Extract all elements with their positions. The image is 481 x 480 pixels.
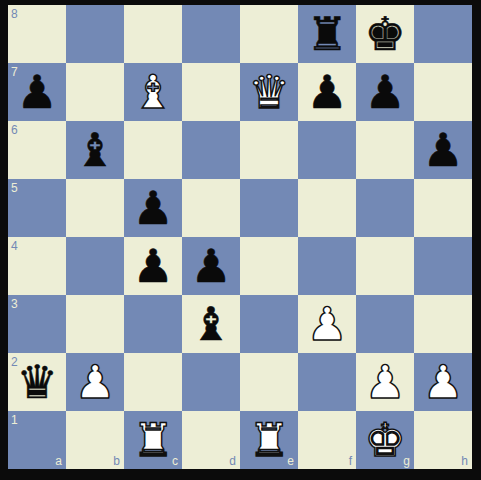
white-rook-c1[interactable]: ♜ <box>124 411 182 469</box>
square-f4[interactable] <box>298 237 356 295</box>
rank-label-6: 6 <box>11 124 18 136</box>
square-c4[interactable]: ♟ <box>124 237 182 295</box>
square-a7[interactable]: 7♟ <box>8 63 66 121</box>
square-h8[interactable] <box>414 5 472 63</box>
square-e3[interactable] <box>240 295 298 353</box>
square-d8[interactable] <box>182 5 240 63</box>
square-a3[interactable]: 3 <box>8 295 66 353</box>
square-a5[interactable]: 5 <box>8 179 66 237</box>
square-f8[interactable]: ♜ <box>298 5 356 63</box>
square-h2[interactable]: ♟ <box>414 353 472 411</box>
file-label-f: f <box>349 455 352 467</box>
square-g3[interactable] <box>356 295 414 353</box>
white-pawn-g2[interactable]: ♟ <box>356 353 414 411</box>
square-b1[interactable]: b <box>66 411 124 469</box>
black-pawn-h6[interactable]: ♟ <box>414 121 472 179</box>
square-e6[interactable] <box>240 121 298 179</box>
square-c7[interactable]: ♝ <box>124 63 182 121</box>
square-d1[interactable]: d <box>182 411 240 469</box>
square-c3[interactable] <box>124 295 182 353</box>
file-label-h: h <box>461 455 468 467</box>
square-d6[interactable] <box>182 121 240 179</box>
black-bishop-d3[interactable]: ♝ <box>182 295 240 353</box>
black-pawn-d4[interactable]: ♟ <box>182 237 240 295</box>
white-pawn-b2[interactable]: ♟ <box>66 353 124 411</box>
file-label-d: d <box>229 455 236 467</box>
square-h7[interactable] <box>414 63 472 121</box>
white-bishop-c7[interactable]: ♝ <box>124 63 182 121</box>
white-king-g1[interactable]: ♚ <box>356 411 414 469</box>
square-f3[interactable]: ♟ <box>298 295 356 353</box>
file-label-a: a <box>55 455 62 467</box>
black-pawn-c5[interactable]: ♟ <box>124 179 182 237</box>
square-b5[interactable] <box>66 179 124 237</box>
black-pawn-a7[interactable]: ♟ <box>8 63 66 121</box>
square-h3[interactable] <box>414 295 472 353</box>
square-d5[interactable] <box>182 179 240 237</box>
square-a6[interactable]: 6 <box>8 121 66 179</box>
square-d7[interactable] <box>182 63 240 121</box>
rank-label-3: 3 <box>11 298 18 310</box>
black-queen-a2[interactable]: ♛ <box>8 353 66 411</box>
white-pawn-h2[interactable]: ♟ <box>414 353 472 411</box>
square-h6[interactable]: ♟ <box>414 121 472 179</box>
white-queen-e7[interactable]: ♛ <box>240 63 298 121</box>
square-b7[interactable] <box>66 63 124 121</box>
square-f1[interactable]: f <box>298 411 356 469</box>
square-g8[interactable]: ♚ <box>356 5 414 63</box>
square-c8[interactable] <box>124 5 182 63</box>
black-pawn-g7[interactable]: ♟ <box>356 63 414 121</box>
rank-label-5: 5 <box>11 182 18 194</box>
square-g2[interactable]: ♟ <box>356 353 414 411</box>
square-a4[interactable]: 4 <box>8 237 66 295</box>
square-d4[interactable]: ♟ <box>182 237 240 295</box>
square-e2[interactable] <box>240 353 298 411</box>
square-b6[interactable]: ♝ <box>66 121 124 179</box>
square-h5[interactable] <box>414 179 472 237</box>
white-pawn-f3[interactable]: ♟ <box>298 295 356 353</box>
chess-board: 8♜♚7♟♝♛♟♟6♝♟5♟4♟♟3♝♟2♛♟♟♟1abc♜de♜fg♚h <box>8 5 472 469</box>
square-a2[interactable]: 2♛ <box>8 353 66 411</box>
square-f6[interactable] <box>298 121 356 179</box>
white-rook-e1[interactable]: ♜ <box>240 411 298 469</box>
square-g7[interactable]: ♟ <box>356 63 414 121</box>
square-b3[interactable] <box>66 295 124 353</box>
square-g5[interactable] <box>356 179 414 237</box>
black-pawn-f7[interactable]: ♟ <box>298 63 356 121</box>
rank-label-8: 8 <box>11 8 18 20</box>
square-b8[interactable] <box>66 5 124 63</box>
black-pawn-c4[interactable]: ♟ <box>124 237 182 295</box>
square-c5[interactable]: ♟ <box>124 179 182 237</box>
square-d2[interactable] <box>182 353 240 411</box>
square-e4[interactable] <box>240 237 298 295</box>
square-e1[interactable]: e♜ <box>240 411 298 469</box>
square-a8[interactable]: 8 <box>8 5 66 63</box>
black-king-g8[interactable]: ♚ <box>356 5 414 63</box>
square-e8[interactable] <box>240 5 298 63</box>
square-c1[interactable]: c♜ <box>124 411 182 469</box>
square-h1[interactable]: h <box>414 411 472 469</box>
file-label-b: b <box>113 455 120 467</box>
square-g6[interactable] <box>356 121 414 179</box>
square-e5[interactable] <box>240 179 298 237</box>
square-h4[interactable] <box>414 237 472 295</box>
rank-label-1: 1 <box>11 414 18 426</box>
square-c2[interactable] <box>124 353 182 411</box>
board-frame: 8♜♚7♟♝♛♟♟6♝♟5♟4♟♟3♝♟2♛♟♟♟1abc♜de♜fg♚h <box>0 0 481 480</box>
square-f2[interactable] <box>298 353 356 411</box>
black-rook-f8[interactable]: ♜ <box>298 5 356 63</box>
square-g4[interactable] <box>356 237 414 295</box>
black-bishop-b6[interactable]: ♝ <box>66 121 124 179</box>
square-d3[interactable]: ♝ <box>182 295 240 353</box>
rank-label-4: 4 <box>11 240 18 252</box>
square-c6[interactable] <box>124 121 182 179</box>
square-e7[interactable]: ♛ <box>240 63 298 121</box>
square-a1[interactable]: 1a <box>8 411 66 469</box>
square-b2[interactable]: ♟ <box>66 353 124 411</box>
square-f5[interactable] <box>298 179 356 237</box>
square-f7[interactable]: ♟ <box>298 63 356 121</box>
square-b4[interactable] <box>66 237 124 295</box>
square-g1[interactable]: g♚ <box>356 411 414 469</box>
